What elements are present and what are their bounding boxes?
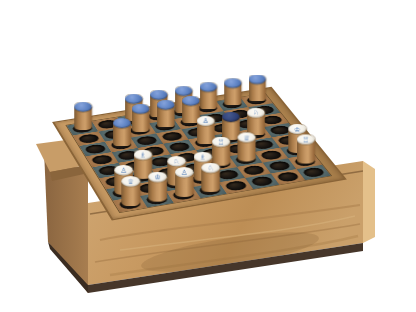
peg-hole <box>224 180 247 191</box>
peg-white[interactable]: ♔ <box>147 171 166 199</box>
peg-top: ♙ <box>196 116 214 126</box>
peg-blue[interactable] <box>131 104 149 131</box>
peg-blue[interactable] <box>224 78 241 104</box>
peg-top-symbol: ♗ <box>139 152 145 159</box>
peg-top <box>74 102 92 112</box>
peg-white[interactable]: ♕ <box>121 176 140 204</box>
peg-top: ♔ <box>288 124 306 134</box>
peg-top: ♘ <box>167 156 185 166</box>
peg-blue[interactable] <box>156 100 174 126</box>
peg-top: ♘ <box>246 108 264 118</box>
peg-top: ♙ <box>174 167 193 177</box>
peg-top-symbol: ♗ <box>199 154 205 161</box>
peg-blue[interactable] <box>74 102 92 129</box>
peg-hole <box>217 169 240 180</box>
peg-top <box>174 86 191 96</box>
peg-top <box>224 78 241 88</box>
peg-top <box>124 94 142 104</box>
peg-top: ♕ <box>237 132 255 142</box>
peg-top: ♕ <box>121 176 140 186</box>
peg-top <box>112 118 130 128</box>
peg-white[interactable]: ♙ <box>174 167 193 195</box>
peg-hole <box>161 131 183 141</box>
peg-white[interactable]: ♕ <box>237 132 255 159</box>
peg-top <box>131 104 149 114</box>
peg-top-symbol: ♘ <box>252 110 258 117</box>
peg-top: ♘ <box>201 162 220 172</box>
peg-top <box>181 96 199 106</box>
peg-white[interactable]: ♘ <box>201 162 220 190</box>
peg-top-symbol: ♕ <box>243 134 249 141</box>
peg-top: ♔ <box>147 171 166 181</box>
peg-top <box>156 100 174 110</box>
peg-top-symbol: ♙ <box>120 167 127 174</box>
peg-top-symbol: ♖ <box>302 136 308 143</box>
peg-top <box>199 82 216 92</box>
board-cell[interactable] <box>79 142 111 157</box>
peg-hole <box>302 167 325 178</box>
peg-blue[interactable] <box>199 82 216 108</box>
peg-top-symbol: ♘ <box>173 158 179 165</box>
box-right-face <box>363 161 375 243</box>
peg-top <box>221 112 239 122</box>
peg-top: ♖ <box>211 137 229 147</box>
peg-top-symbol: ♔ <box>294 126 300 133</box>
peg-top <box>149 90 167 100</box>
peg-hole <box>136 136 158 146</box>
peg-top-symbol: ♙ <box>202 118 208 125</box>
peg-white[interactable]: ♖ <box>296 134 314 161</box>
peg-white[interactable]: ♘ <box>246 108 264 135</box>
peg-top: ♙ <box>114 165 133 175</box>
peg-top: ♗ <box>133 149 151 159</box>
peg-top-symbol: ♘ <box>207 164 213 171</box>
peg-top: ♖ <box>296 134 314 144</box>
peg-hole <box>276 171 299 182</box>
peg-white[interactable]: ♖ <box>211 137 229 164</box>
product-photo-stage: ♙♘♗♖♕♔♙♘♗♖♕♔♙♘ <box>0 0 416 312</box>
peg-top <box>248 74 265 84</box>
peg-top-symbol: ♙ <box>180 169 187 176</box>
peg-blue[interactable] <box>112 118 130 145</box>
peg-top-symbol: ♕ <box>127 178 134 185</box>
peg-hole <box>84 144 106 154</box>
peg-hole <box>250 176 273 187</box>
peg-blue[interactable] <box>248 74 265 100</box>
peg-hole <box>268 161 291 172</box>
peg-top-symbol: ♖ <box>217 139 223 146</box>
peg-dark-blue[interactable] <box>221 112 239 139</box>
peg-top-symbol: ♔ <box>154 173 161 180</box>
peg-top: ♗ <box>193 152 211 162</box>
